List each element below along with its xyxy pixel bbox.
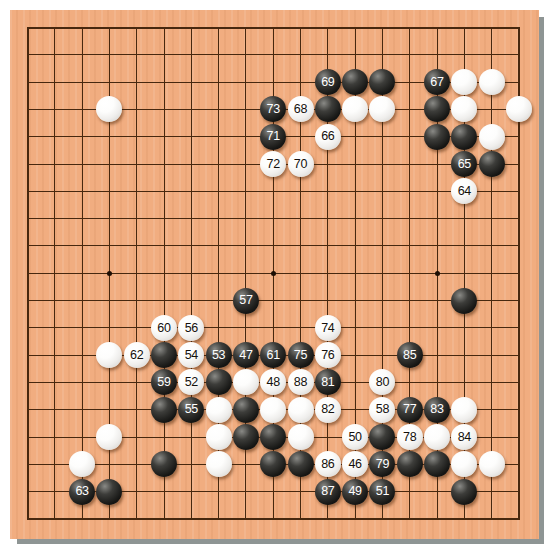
move-number-label: 78 [403, 431, 416, 444]
star-point [107, 271, 112, 276]
white-stone-move-52: 52 [178, 369, 204, 395]
white-stone [342, 96, 368, 122]
move-number-label: 55 [185, 403, 198, 416]
black-stone-move-77: 77 [397, 397, 423, 423]
black-stone [151, 342, 177, 368]
black-stone [451, 124, 477, 150]
white-stone-move-66: 66 [315, 124, 341, 150]
white-stone-move-82: 82 [315, 397, 341, 423]
white-stone-move-50: 50 [342, 424, 368, 450]
white-stone-move-72: 72 [260, 151, 286, 177]
white-stone [479, 69, 505, 95]
move-number-label: 64 [458, 185, 471, 198]
black-stone [424, 124, 450, 150]
white-stone-move-60: 60 [151, 315, 177, 341]
move-number-label: 52 [185, 376, 198, 389]
black-stone-move-55: 55 [178, 397, 204, 423]
white-stone-move-74: 74 [315, 315, 341, 341]
white-stone-move-86: 86 [315, 451, 341, 477]
white-stone-move-84: 84 [451, 424, 477, 450]
black-stone [206, 369, 232, 395]
move-number-label: 53 [212, 349, 225, 362]
grid-line-horizontal [27, 327, 520, 328]
black-stone-move-49: 49 [342, 479, 368, 505]
white-stone [451, 397, 477, 423]
black-stone-move-59: 59 [151, 369, 177, 395]
white-stone [479, 124, 505, 150]
white-stone-move-56: 56 [178, 315, 204, 341]
move-number-label: 49 [348, 485, 361, 498]
move-number-label: 66 [321, 130, 334, 143]
black-stone [260, 451, 286, 477]
white-stone [451, 451, 477, 477]
white-stone [96, 342, 122, 368]
white-stone [288, 424, 314, 450]
move-number-label: 65 [458, 158, 471, 171]
white-stone [288, 397, 314, 423]
white-stone-move-68: 68 [288, 96, 314, 122]
black-stone-move-57: 57 [233, 288, 259, 314]
move-number-label: 87 [321, 485, 334, 498]
black-stone [369, 69, 395, 95]
white-stone-move-80: 80 [369, 369, 395, 395]
white-stone-move-64: 64 [451, 178, 477, 204]
move-number-label: 72 [267, 158, 280, 171]
black-stone [424, 451, 450, 477]
white-stone [206, 451, 232, 477]
move-number-label: 82 [321, 403, 334, 416]
move-number-label: 68 [294, 103, 307, 116]
grid-line-horizontal [27, 518, 520, 520]
white-stone-move-76: 76 [315, 342, 341, 368]
black-stone-move-85: 85 [397, 342, 423, 368]
move-number-label: 80 [376, 376, 389, 389]
black-stone-move-75: 75 [288, 342, 314, 368]
white-stone [424, 424, 450, 450]
black-stone [288, 451, 314, 477]
white-stone [260, 397, 286, 423]
move-number-label: 67 [430, 76, 443, 89]
white-stone-move-46: 46 [342, 451, 368, 477]
move-number-label: 85 [403, 349, 416, 362]
white-stone-move-48: 48 [260, 369, 286, 395]
move-number-label: 88 [294, 376, 307, 389]
black-stone [451, 288, 477, 314]
black-stone [342, 69, 368, 95]
black-stone [451, 479, 477, 505]
move-number-label: 77 [403, 403, 416, 416]
move-number-label: 81 [321, 376, 334, 389]
move-number-label: 86 [321, 458, 334, 471]
grid-line-horizontal [27, 300, 520, 301]
white-stone-move-62: 62 [124, 342, 150, 368]
move-number-label: 84 [458, 431, 471, 444]
move-number-label: 79 [376, 458, 389, 471]
black-stone [315, 96, 341, 122]
move-number-label: 73 [267, 103, 280, 116]
white-stone [506, 96, 532, 122]
star-point [271, 271, 276, 276]
move-number-label: 58 [376, 403, 389, 416]
white-stone [96, 424, 122, 450]
black-stone-move-79: 79 [369, 451, 395, 477]
black-stone [151, 451, 177, 477]
black-stone-move-71: 71 [260, 124, 286, 150]
black-stone [96, 479, 122, 505]
move-number-label: 71 [267, 130, 280, 143]
white-stone-move-58: 58 [369, 397, 395, 423]
black-stone-move-83: 83 [424, 397, 450, 423]
black-stone-move-69: 69 [315, 69, 341, 95]
black-stone-move-65: 65 [451, 151, 477, 177]
black-stone-move-81: 81 [315, 369, 341, 395]
move-number-label: 76 [321, 349, 334, 362]
black-stone-move-63: 63 [69, 479, 95, 505]
white-stone [96, 96, 122, 122]
black-stone [151, 397, 177, 423]
go-diagram-screen: 6967736871667270656457605674625453476175… [0, 0, 550, 550]
go-board-surface[interactable]: 6967736871667270656457605674625453476175… [10, 10, 539, 539]
move-number-label: 61 [267, 349, 280, 362]
white-stone-move-70: 70 [288, 151, 314, 177]
black-stone [479, 151, 505, 177]
black-stone-move-51: 51 [369, 479, 395, 505]
white-stone [233, 369, 259, 395]
black-stone-move-67: 67 [424, 69, 450, 95]
white-stone [69, 451, 95, 477]
move-number-label: 46 [348, 458, 361, 471]
white-stone-move-78: 78 [397, 424, 423, 450]
white-stone-move-88: 88 [288, 369, 314, 395]
white-stone [206, 424, 232, 450]
black-stone-move-61: 61 [260, 342, 286, 368]
black-stone [260, 424, 286, 450]
black-stone [397, 451, 423, 477]
black-stone-move-47: 47 [233, 342, 259, 368]
move-number-label: 83 [430, 403, 443, 416]
move-number-label: 63 [75, 485, 88, 498]
black-stone-move-53: 53 [206, 342, 232, 368]
move-number-label: 56 [185, 322, 198, 335]
black-stone [369, 424, 395, 450]
move-number-label: 69 [321, 76, 334, 89]
move-number-label: 59 [157, 376, 170, 389]
move-number-label: 57 [239, 294, 252, 307]
white-stone [451, 69, 477, 95]
move-number-label: 48 [267, 376, 280, 389]
black-stone-move-73: 73 [260, 96, 286, 122]
grid-line-vertical [491, 27, 492, 520]
move-number-label: 62 [130, 349, 143, 362]
move-number-label: 54 [185, 349, 198, 362]
move-number-label: 51 [376, 485, 389, 498]
black-stone-move-87: 87 [315, 479, 341, 505]
white-stone [369, 96, 395, 122]
white-stone-move-54: 54 [178, 342, 204, 368]
black-stone [233, 424, 259, 450]
move-number-label: 47 [239, 349, 252, 362]
move-number-label: 60 [157, 322, 170, 335]
white-stone [451, 96, 477, 122]
black-stone [233, 397, 259, 423]
move-number-label: 50 [348, 431, 361, 444]
move-number-label: 75 [294, 349, 307, 362]
black-stone [424, 96, 450, 122]
white-stone [206, 397, 232, 423]
white-stone [479, 451, 505, 477]
star-point [435, 271, 440, 276]
move-number-label: 70 [294, 158, 307, 171]
move-number-label: 74 [321, 322, 334, 335]
